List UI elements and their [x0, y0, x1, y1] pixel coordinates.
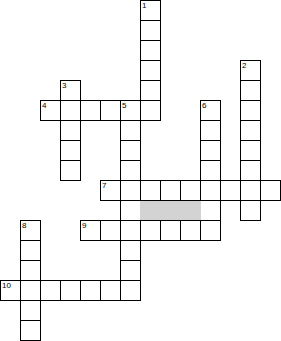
clue-number: 3	[62, 81, 66, 90]
clue-number: 5	[122, 101, 126, 110]
crossword-cell[interactable]	[240, 100, 261, 121]
crossword-cell[interactable]	[240, 160, 261, 181]
crossword-cell[interactable]	[60, 160, 81, 181]
crossword-cell[interactable]	[200, 220, 221, 241]
crossword-cell[interactable]	[200, 200, 221, 221]
crossword-cell[interactable]	[140, 80, 161, 101]
crossword-cell[interactable]	[140, 180, 161, 201]
crossword-cell[interactable]	[120, 180, 141, 201]
crossword-cell[interactable]: 5	[120, 100, 141, 121]
crossword-cell[interactable]	[40, 280, 61, 301]
highlighted-cell[interactable]	[140, 200, 161, 221]
crossword-cell[interactable]: 1	[140, 0, 161, 21]
crossword-cell[interactable]: 8	[20, 220, 41, 241]
crossword-cell[interactable]	[60, 100, 81, 121]
crossword-cell[interactable]: 7	[100, 180, 121, 201]
crossword-cell[interactable]	[160, 180, 181, 201]
crossword-cell[interactable]	[160, 220, 181, 241]
crossword-cell[interactable]	[120, 160, 141, 181]
highlighted-cell[interactable]	[160, 200, 181, 221]
crossword-cell[interactable]: 9	[80, 220, 101, 241]
clue-number: 9	[82, 221, 86, 230]
clue-number: 2	[242, 61, 246, 70]
clue-number: 10	[2, 281, 11, 290]
clue-number: 4	[42, 101, 46, 110]
crossword-cell[interactable]	[240, 80, 261, 101]
clue-number: 6	[202, 101, 206, 110]
crossword-cell[interactable]	[100, 220, 121, 241]
crossword-cell[interactable]	[60, 280, 81, 301]
crossword-cell[interactable]	[20, 260, 41, 281]
crossword-cell[interactable]: 2	[240, 60, 261, 81]
crossword-cell[interactable]	[240, 120, 261, 141]
crossword-cell[interactable]	[120, 140, 141, 161]
crossword-cell[interactable]	[120, 240, 141, 261]
clue-number: 8	[22, 221, 26, 230]
crossword-cell[interactable]: 4	[40, 100, 61, 121]
crossword-cell[interactable]	[60, 140, 81, 161]
crossword-cell[interactable]	[100, 100, 121, 121]
crossword-cell[interactable]	[260, 180, 281, 201]
crossword-cell[interactable]	[140, 60, 161, 81]
crossword-cell[interactable]	[140, 20, 161, 41]
clue-number: 1	[142, 1, 146, 10]
crossword-cell[interactable]	[120, 260, 141, 281]
crossword-cell[interactable]: 6	[200, 100, 221, 121]
crossword-cell[interactable]	[120, 280, 141, 301]
crossword-cell[interactable]	[200, 160, 221, 181]
crossword-cell[interactable]	[80, 100, 101, 121]
crossword-cell[interactable]	[20, 280, 41, 301]
crossword-grid: 12345678910	[0, 0, 281, 341]
crossword-cell[interactable]	[140, 40, 161, 61]
crossword-cell[interactable]	[140, 220, 161, 241]
crossword-cell[interactable]: 10	[0, 280, 21, 301]
crossword-cell[interactable]	[60, 120, 81, 141]
crossword-cell[interactable]: 3	[60, 80, 81, 101]
crossword-cell[interactable]	[200, 120, 221, 141]
crossword-cell[interactable]	[240, 140, 261, 161]
crossword-cell[interactable]	[120, 200, 141, 221]
crossword-cell[interactable]	[200, 180, 221, 201]
crossword-cell[interactable]	[200, 140, 221, 161]
highlighted-cell[interactable]	[180, 200, 201, 221]
crossword-cell[interactable]	[20, 240, 41, 261]
clue-number: 7	[102, 181, 106, 190]
crossword-cell[interactable]	[100, 280, 121, 301]
crossword-cell[interactable]	[240, 200, 261, 221]
crossword-cell[interactable]	[240, 180, 261, 201]
crossword-cell[interactable]	[140, 100, 161, 121]
crossword-cell[interactable]	[180, 180, 201, 201]
crossword-cell[interactable]	[20, 300, 41, 321]
crossword-cell[interactable]	[80, 280, 101, 301]
crossword-cell[interactable]	[220, 180, 241, 201]
crossword-cell[interactable]	[120, 120, 141, 141]
crossword-cell[interactable]	[180, 220, 201, 241]
crossword-cell[interactable]	[120, 220, 141, 241]
crossword-cell[interactable]	[20, 320, 41, 341]
